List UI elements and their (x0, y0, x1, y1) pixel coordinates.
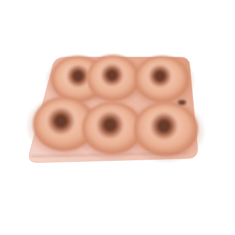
cavity-hole (66, 64, 90, 88)
cavity-hole (100, 63, 124, 87)
cavity-hole (47, 107, 76, 136)
hanging-hole (178, 100, 186, 105)
cavity-hole (96, 111, 125, 140)
product-photo (0, 0, 235, 235)
cavity-hole (150, 112, 179, 141)
donut-cavities (33, 55, 198, 156)
donut-cavity (135, 56, 189, 102)
donut-mold-photo (0, 0, 235, 235)
cavity-hole (148, 64, 172, 88)
donut-cavity (82, 102, 142, 154)
donut-cavity (134, 102, 198, 156)
donut-cavity (87, 55, 139, 101)
